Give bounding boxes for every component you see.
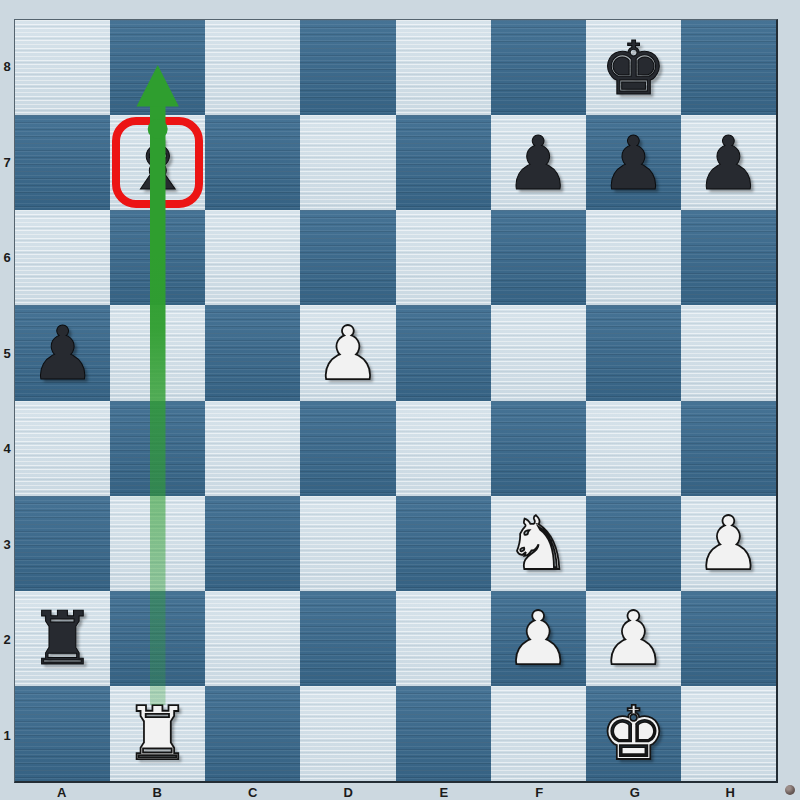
square-e2[interactable] <box>396 591 491 686</box>
piece-black-rook-a2[interactable]: ♜ <box>29 601 95 675</box>
piece-black-pawn-a5[interactable]: ♟ <box>29 316 95 390</box>
square-h7[interactable]: ♟ <box>681 115 776 210</box>
square-a2[interactable]: ♜ <box>15 591 110 686</box>
square-e7[interactable] <box>396 115 491 210</box>
chess-board: ♚♝♟♟♟♟♟♞♟♜♟♟♜♚ <box>14 19 778 783</box>
piece-white-king-g1[interactable]: ♚ <box>600 696 666 770</box>
rank-label-1: 1 <box>0 688 14 784</box>
square-f5[interactable] <box>491 305 586 400</box>
file-label-d: D <box>301 784 397 800</box>
square-d2[interactable] <box>300 591 395 686</box>
piece-black-king-g8[interactable]: ♚ <box>600 31 666 105</box>
square-b3[interactable] <box>110 496 205 591</box>
square-d7[interactable] <box>300 115 395 210</box>
square-e6[interactable] <box>396 210 491 305</box>
piece-white-knight-f3[interactable]: ♞ <box>505 506 571 580</box>
square-b2[interactable] <box>110 591 205 686</box>
square-f6[interactable] <box>491 210 586 305</box>
piece-black-pawn-f7[interactable]: ♟ <box>505 126 571 200</box>
square-h4[interactable] <box>681 401 776 496</box>
square-f1[interactable] <box>491 686 586 781</box>
square-g8[interactable]: ♚ <box>586 20 681 115</box>
square-f8[interactable] <box>491 20 586 115</box>
square-f7[interactable]: ♟ <box>491 115 586 210</box>
square-a5[interactable]: ♟ <box>15 305 110 400</box>
square-e8[interactable] <box>396 20 491 115</box>
square-h5[interactable] <box>681 305 776 400</box>
rank-label-6: 6 <box>0 210 14 306</box>
rank-labels: 87654321 <box>0 19 14 783</box>
piece-white-pawn-h3[interactable]: ♟ <box>695 506 761 580</box>
file-label-c: C <box>205 784 301 800</box>
square-b7[interactable]: ♝ <box>110 115 205 210</box>
rank-label-8: 8 <box>0 19 14 115</box>
square-c3[interactable] <box>205 496 300 591</box>
rank-label-3: 3 <box>0 497 14 593</box>
square-e5[interactable] <box>396 305 491 400</box>
highlight-ring-b7 <box>112 117 203 208</box>
piece-white-pawn-d5[interactable]: ♟ <box>315 316 381 390</box>
square-a3[interactable] <box>15 496 110 591</box>
piece-black-pawn-h7[interactable]: ♟ <box>695 126 761 200</box>
square-h8[interactable] <box>681 20 776 115</box>
square-c8[interactable] <box>205 20 300 115</box>
file-label-g: G <box>587 784 683 800</box>
square-c4[interactable] <box>205 401 300 496</box>
square-e1[interactable] <box>396 686 491 781</box>
square-g3[interactable] <box>586 496 681 591</box>
square-g1[interactable]: ♚ <box>586 686 681 781</box>
file-label-a: A <box>14 784 110 800</box>
rank-label-5: 5 <box>0 306 14 402</box>
square-c7[interactable] <box>205 115 300 210</box>
square-e3[interactable] <box>396 496 491 591</box>
square-c6[interactable] <box>205 210 300 305</box>
file-label-h: H <box>683 784 779 800</box>
square-d8[interactable] <box>300 20 395 115</box>
square-a6[interactable] <box>15 210 110 305</box>
square-c2[interactable] <box>205 591 300 686</box>
file-labels: ABCDEFGH <box>14 784 778 800</box>
square-a8[interactable] <box>15 20 110 115</box>
square-g4[interactable] <box>586 401 681 496</box>
chess-app-canvas: ♚♝♟♟♟♟♟♞♟♜♟♟♜♚ 87654321 ABCDEFGH <box>0 0 800 800</box>
square-h6[interactable] <box>681 210 776 305</box>
square-d6[interactable] <box>300 210 395 305</box>
square-c5[interactable] <box>205 305 300 400</box>
square-b4[interactable] <box>110 401 205 496</box>
square-a4[interactable] <box>15 401 110 496</box>
square-d3[interactable] <box>300 496 395 591</box>
square-a7[interactable] <box>15 115 110 210</box>
square-g5[interactable] <box>586 305 681 400</box>
square-e4[interactable] <box>396 401 491 496</box>
square-f2[interactable]: ♟ <box>491 591 586 686</box>
square-b6[interactable] <box>110 210 205 305</box>
corner-dot-icon <box>785 785 795 795</box>
square-b8[interactable] <box>110 20 205 115</box>
square-f3[interactable]: ♞ <box>491 496 586 591</box>
square-b1[interactable]: ♜ <box>110 686 205 781</box>
square-h2[interactable] <box>681 591 776 686</box>
rank-label-4: 4 <box>0 401 14 497</box>
file-label-e: E <box>396 784 492 800</box>
file-label-b: B <box>110 784 206 800</box>
square-f4[interactable] <box>491 401 586 496</box>
square-d4[interactable] <box>300 401 395 496</box>
file-label-f: F <box>492 784 588 800</box>
piece-white-rook-b1[interactable]: ♜ <box>125 696 191 770</box>
piece-white-pawn-g2[interactable]: ♟ <box>600 601 666 675</box>
square-b5[interactable] <box>110 305 205 400</box>
square-h3[interactable]: ♟ <box>681 496 776 591</box>
square-d5[interactable]: ♟ <box>300 305 395 400</box>
square-h1[interactable] <box>681 686 776 781</box>
piece-white-pawn-f2[interactable]: ♟ <box>505 601 571 675</box>
square-c1[interactable] <box>205 686 300 781</box>
square-g2[interactable]: ♟ <box>586 591 681 686</box>
square-g7[interactable]: ♟ <box>586 115 681 210</box>
rank-label-7: 7 <box>0 115 14 211</box>
piece-black-pawn-g7[interactable]: ♟ <box>600 126 666 200</box>
square-d1[interactable] <box>300 686 395 781</box>
square-a1[interactable] <box>15 686 110 781</box>
rank-label-2: 2 <box>0 592 14 688</box>
square-g6[interactable] <box>586 210 681 305</box>
